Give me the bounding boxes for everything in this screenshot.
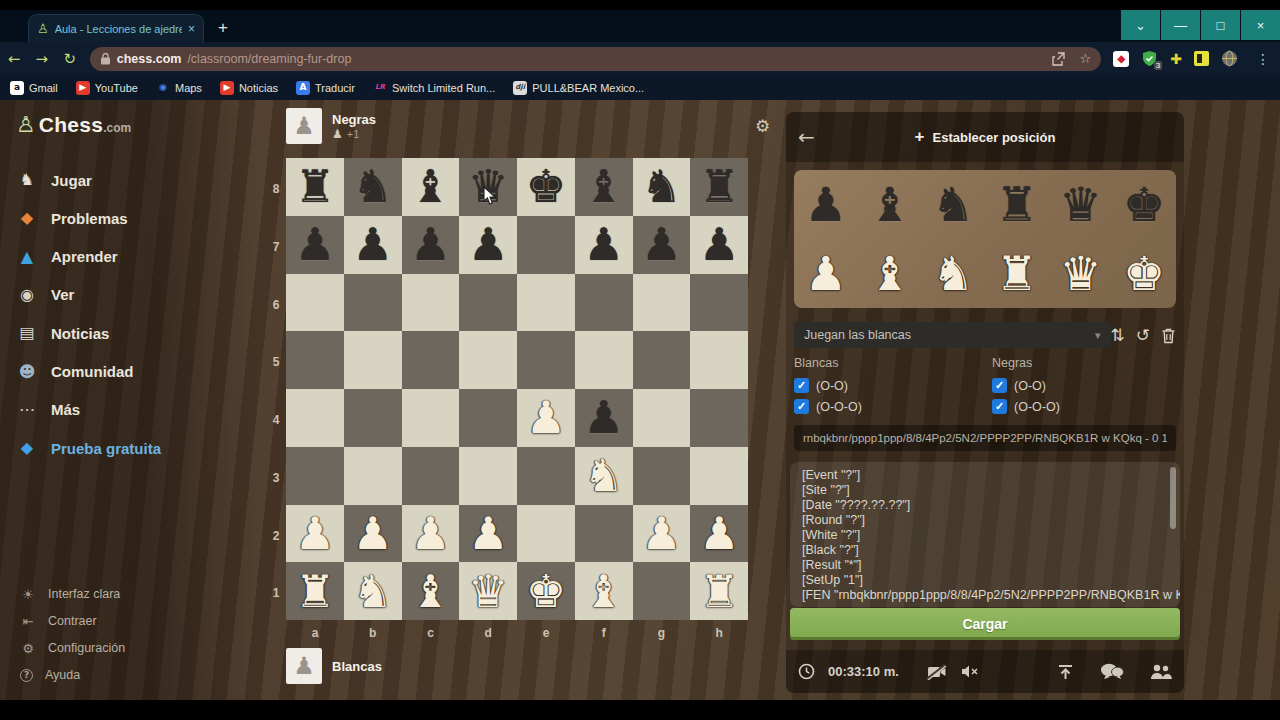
- yellow-extension-icon[interactable]: [1194, 51, 1209, 66]
- clock-icon: [798, 663, 815, 680]
- castling-label: (O-O): [1014, 379, 1046, 393]
- white-pawn-piece: ♟: [352, 511, 392, 556]
- address-bar[interactable]: chess.com /classroom/dreaming-fur-drop ☆: [90, 47, 1101, 71]
- file-label-c: c: [402, 626, 460, 640]
- square-a3[interactable]: [286, 447, 344, 505]
- rank-label-4: 4: [269, 413, 283, 427]
- square-e1[interactable]: ♚: [517, 562, 575, 620]
- white-pawn-piece: ♟: [468, 511, 508, 556]
- white-bishop-piece: ♝: [583, 569, 623, 614]
- window-maximize-button[interactable]: □: [1201, 10, 1240, 40]
- bookmark-traducir[interactable]: ATraducir: [296, 81, 355, 95]
- castling-black: Negras ✓(O-O)✓(O-O-O): [992, 356, 1172, 420]
- castling-white-header: Blancas: [794, 356, 974, 370]
- bookmark-maps[interactable]: ◉Maps: [156, 81, 202, 95]
- sidebar-item-m-s[interactable]: ⋯Más: [16, 397, 80, 423]
- square-e5[interactable]: [517, 331, 575, 389]
- palette-black-bishop[interactable]: ♝: [858, 170, 922, 239]
- extension-badge: 3: [1154, 61, 1162, 70]
- square-f4[interactable]: ♟: [575, 389, 633, 447]
- square-b6[interactable]: [344, 274, 402, 332]
- sidebar-item-label: Más: [51, 401, 80, 418]
- black-pawn-piece: ♟: [295, 222, 335, 267]
- square-h5[interactable]: [690, 331, 748, 389]
- black-rook-piece: ♜: [699, 164, 739, 209]
- palette-black-queen[interactable]: ♛: [1049, 170, 1113, 239]
- lock-icon: [100, 52, 111, 65]
- checkbox-icon[interactable]: ✓: [794, 378, 809, 393]
- knight-icon: ♞: [16, 172, 38, 188]
- panel-status-bar: 00:33:10 m.: [786, 650, 1184, 693]
- square-c4[interactable]: [402, 389, 460, 447]
- more-dots-icon: ⋯: [16, 402, 38, 418]
- camera-off-icon[interactable]: [926, 664, 948, 680]
- castling-white-short[interactable]: ✓(O-O): [794, 378, 974, 393]
- bottom-player-bar: ♟ Blancas: [286, 648, 382, 684]
- square-h3[interactable]: [690, 447, 748, 505]
- share-icon[interactable]: [1051, 52, 1066, 66]
- help-icon: ?: [20, 669, 33, 682]
- chesscom-logo[interactable]: ♙ Chess .com: [16, 112, 131, 137]
- square-d3[interactable]: [459, 447, 517, 505]
- castling-label: (O-O): [816, 379, 848, 393]
- bookmark-label: YouTube: [95, 82, 138, 94]
- bookmark-label: Noticias: [239, 82, 278, 94]
- sidebar-item-label: Prueba gratuita: [51, 440, 161, 457]
- square-c6[interactable]: [402, 274, 460, 332]
- tab-close-icon[interactable]: ×: [188, 22, 195, 36]
- white-queen-piece: ♛: [468, 569, 508, 614]
- limited-run-icon: LR: [373, 81, 387, 95]
- square-f8[interactable]: ♝: [575, 158, 633, 216]
- sidebar-item-label: Noticias: [51, 325, 109, 342]
- white-king-piece: ♚: [526, 569, 566, 614]
- flip-board-icon[interactable]: ⇅: [1111, 327, 1125, 344]
- square-f1[interactable]: ♝: [575, 562, 633, 620]
- letterbox-bottom: [0, 700, 1280, 720]
- chevron-down-icon: ▾: [1095, 329, 1101, 342]
- square-d7[interactable]: ♟: [459, 216, 517, 274]
- letterbox-top: [0, 0, 1280, 10]
- sidebar-footer-configuraci-n[interactable]: ⚙Configuración: [20, 638, 125, 658]
- black-pawn-piece: ♟: [805, 181, 847, 228]
- extensions-row: ◆ 3 ✚ ⋮: [1113, 50, 1280, 67]
- white-rook-piece: ♜: [996, 250, 1038, 297]
- square-a1[interactable]: ♜: [286, 562, 344, 620]
- white-bishop-piece: ♝: [410, 569, 450, 614]
- square-c7[interactable]: ♟: [402, 216, 460, 274]
- palette-black-pawn[interactable]: ♟: [794, 170, 858, 239]
- sidebar-item-label: Comunidad: [51, 363, 134, 380]
- black-bishop-piece: ♝: [583, 164, 623, 209]
- square-g4[interactable]: [633, 389, 691, 447]
- black-knight-piece: ♞: [641, 164, 681, 209]
- mcafee-extension-icon[interactable]: ◆: [1113, 51, 1129, 67]
- white-pawn-piece: ♟: [699, 511, 739, 556]
- palette-black-king[interactable]: ♚: [1112, 170, 1176, 239]
- trash-icon[interactable]: [1161, 327, 1176, 344]
- square-b2[interactable]: ♟: [344, 505, 402, 563]
- dji-icon: dji: [513, 81, 527, 95]
- file-label-e: e: [517, 626, 575, 640]
- black-bishop-piece: ♝: [410, 164, 450, 209]
- white-king-piece: ♚: [1123, 250, 1165, 297]
- palette-white-knight[interactable]: ♞: [921, 239, 985, 308]
- square-h7[interactable]: ♟: [690, 216, 748, 274]
- logo-pawn-icon: ♙: [16, 112, 36, 137]
- window-close-button[interactable]: ×: [1241, 10, 1280, 40]
- palette-white-bishop[interactable]: ♝: [858, 239, 922, 308]
- window-menu-button[interactable]: ⌄: [1121, 10, 1160, 40]
- white-knight-piece: ♞: [932, 250, 974, 297]
- translate-icon: A: [296, 81, 310, 95]
- square-g7[interactable]: ♟: [633, 216, 691, 274]
- puzzle-icon: ◆: [16, 210, 38, 226]
- back-arrow-icon[interactable]: ←: [798, 125, 815, 149]
- sidebar-item-label: Problemas: [51, 210, 128, 227]
- sidebar-item-comunidad[interactable]: ☻Comunidad: [16, 359, 134, 385]
- square-a8[interactable]: ♜: [286, 158, 344, 216]
- rank-label-2: 2: [269, 529, 283, 543]
- castling-white-long[interactable]: ✓(O-O-O): [794, 399, 974, 414]
- reset-icon[interactable]: ↺: [1136, 327, 1150, 344]
- square-c2[interactable]: ♟: [402, 505, 460, 563]
- window-minimize-button[interactable]: —: [1161, 10, 1200, 40]
- setup-panel-header: ← + Establecer posición: [786, 112, 1184, 162]
- brightness-icon: ☀: [20, 587, 36, 602]
- square-f2[interactable]: [575, 505, 633, 563]
- amazon-icon: a: [10, 81, 24, 95]
- square-b4[interactable]: [344, 389, 402, 447]
- participants-icon[interactable]: [1150, 664, 1172, 679]
- load-button[interactable]: Cargar: [790, 608, 1180, 640]
- sidebar-footer-ayuda[interactable]: ?Ayuda: [20, 665, 80, 685]
- pgn-content: [Event "?"] [Site "?"] [Date "????.??.??…: [802, 468, 1168, 603]
- sidebar-footer-contraer[interactable]: ⇤Contraer: [20, 611, 97, 631]
- square-d1[interactable]: ♛: [459, 562, 517, 620]
- square-c1[interactable]: ♝: [402, 562, 460, 620]
- square-g5[interactable]: [633, 331, 691, 389]
- checkbox-icon[interactable]: ✓: [992, 399, 1007, 414]
- fen-input[interactable]: rnbqkbnr/pppp1ppp/8/8/4Pp2/5N2/PPPP2PP/R…: [794, 425, 1176, 451]
- black-king-piece: ♚: [526, 164, 566, 209]
- youtube-icon: ▶: [76, 81, 90, 95]
- black-knight-piece: ♞: [932, 181, 974, 228]
- square-g3[interactable]: [633, 447, 691, 505]
- sidebar-item-label: Jugar: [51, 172, 92, 189]
- bookmark-youtube[interactable]: ▶YouTube: [76, 81, 138, 95]
- people-icon: ☻: [16, 364, 38, 380]
- square-b1[interactable]: ♞: [344, 562, 402, 620]
- bookmark-pull-bear-mexico-[interactable]: djiPULL&BEAR Mexico...: [513, 81, 644, 95]
- sidebar-item-jugar[interactable]: ♞Jugar: [16, 167, 92, 193]
- window-controls: ⌄ — □ ×: [1120, 10, 1280, 40]
- checkbox-icon[interactable]: ✓: [992, 378, 1007, 393]
- white-rook-piece: ♜: [699, 569, 739, 614]
- sidebar-footer-label: Configuración: [48, 641, 125, 655]
- white-knight-piece: ♞: [583, 453, 623, 498]
- square-e2[interactable]: [517, 505, 575, 563]
- sidebar-footer-label: Interfaz clara: [48, 587, 120, 601]
- screenshot-root: ♙ Aula - Lecciones de ajedrez para × + ⌄…: [0, 0, 1280, 720]
- black-queen-piece: ♛: [1059, 181, 1101, 228]
- collapse-icon: ⇤: [20, 614, 36, 629]
- url-domain: chess.com: [117, 52, 182, 66]
- sidebar-footer-interfaz-clara[interactable]: ☀Interfaz clara: [20, 584, 120, 604]
- palette-white-rook[interactable]: ♜: [985, 239, 1049, 308]
- square-h8[interactable]: ♜: [690, 158, 748, 216]
- bookmarks-bar: aGmail▶YouTube◉Maps▶NoticiasATraducirLRS…: [0, 75, 1280, 100]
- black-pawn-piece: ♟: [583, 395, 623, 440]
- square-f3[interactable]: ♞: [575, 447, 633, 505]
- upload-icon[interactable]: [1057, 664, 1074, 680]
- black-material-advantage: ♟ +1: [332, 127, 376, 141]
- black-king-piece: ♚: [1123, 181, 1165, 228]
- file-label-d: d: [459, 626, 517, 640]
- square-h6[interactable]: [690, 274, 748, 332]
- white-pawn-piece: ♟: [295, 511, 335, 556]
- sidebar-footer-label: Ayuda: [45, 668, 80, 682]
- piece-palette: ♟♝♞♜♛♚♟♝♞♜♛♚: [794, 170, 1176, 308]
- page-content: ♙ Chess .com ♞Jugar◆Problemas▲Aprender◉V…: [0, 100, 1280, 700]
- castling-black-header: Negras: [992, 356, 1172, 370]
- logo-text: Chess: [39, 113, 104, 137]
- browser-url-bar: ← → ↻ chess.com /classroom/dreaming-fur-…: [0, 42, 1280, 75]
- black-rook-piece: ♜: [295, 164, 335, 209]
- newspaper-icon: ▤: [16, 325, 38, 341]
- graduation-cap-icon: ▲: [16, 249, 38, 265]
- square-b7[interactable]: ♟: [344, 216, 402, 274]
- chat-icon[interactable]: [1100, 663, 1124, 680]
- sidebar-item-problemas[interactable]: ◆Problemas: [16, 205, 128, 231]
- square-d6[interactable]: [459, 274, 517, 332]
- checkbox-icon[interactable]: ✓: [794, 399, 809, 414]
- black-pawn-piece: ♟: [583, 222, 623, 267]
- square-h1[interactable]: ♜: [690, 562, 748, 620]
- turn-row: Juegan las blancas ▾ ⇅ ↺: [794, 322, 1176, 348]
- sidebar-item-prueba-gratuita[interactable]: ◆Prueba gratuita: [16, 435, 161, 461]
- square-b5[interactable]: [344, 331, 402, 389]
- white-bishop-piece: ♝: [868, 250, 910, 297]
- file-label-g: g: [633, 626, 691, 640]
- rank-label-1: 1: [269, 586, 283, 600]
- chess-pawn-favicon: ♙: [37, 22, 49, 35]
- square-h4[interactable]: [690, 389, 748, 447]
- black-player-avatar[interactable]: ♟: [286, 108, 322, 144]
- mute-icon[interactable]: [961, 664, 979, 679]
- diamond-icon: ◆: [16, 440, 38, 456]
- square-d4[interactable]: [459, 389, 517, 447]
- white-pawn-piece: ♟: [641, 511, 681, 556]
- gear-icon: ⚙: [20, 641, 36, 656]
- palette-white-queen[interactable]: ♛: [1049, 239, 1113, 308]
- palette-white-king[interactable]: ♚: [1112, 239, 1176, 308]
- castling-label: (O-O-O): [1014, 400, 1060, 414]
- sidebar-item-ver[interactable]: ◉Ver: [16, 282, 74, 308]
- globe-icon[interactable]: [1221, 50, 1238, 67]
- square-g8[interactable]: ♞: [633, 158, 691, 216]
- bookmark-noticias[interactable]: ▶Noticias: [220, 81, 278, 95]
- white-player-avatar[interactable]: ♟: [286, 648, 322, 684]
- bookmark-label: Maps: [175, 82, 202, 94]
- bookmark-label: Switch Limited Run...: [392, 82, 495, 94]
- reload-button[interactable]: ↻: [56, 50, 84, 68]
- logo-com-text: .com: [103, 121, 131, 135]
- castling-black-long[interactable]: ✓(O-O-O): [992, 399, 1172, 414]
- turn-select-value: Juegan las blancas: [804, 328, 911, 342]
- square-e8[interactable]: ♚: [517, 158, 575, 216]
- square-h2[interactable]: ♟: [690, 505, 748, 563]
- square-f5[interactable]: [575, 331, 633, 389]
- square-g6[interactable]: [633, 274, 691, 332]
- setup-position-panel: ← + Establecer posición ♟♝♞♜♛♚♟♝♞♜♛♚ Jue…: [786, 112, 1184, 693]
- back-button[interactable]: ←: [0, 50, 28, 68]
- setup-panel-title: Establecer posición: [933, 130, 1056, 145]
- file-label-a: a: [286, 626, 344, 640]
- castling-white: Blancas ✓(O-O)✓(O-O-O): [794, 356, 974, 420]
- castling-black-short[interactable]: ✓(O-O): [992, 378, 1172, 393]
- white-queen-piece: ♛: [1059, 250, 1101, 297]
- square-e3[interactable]: [517, 447, 575, 505]
- bookmark-gmail[interactable]: aGmail: [10, 81, 58, 95]
- session-time: 00:33:10 m.: [828, 664, 899, 679]
- file-label-f: f: [575, 626, 633, 640]
- binoculars-icon: ◉: [16, 287, 38, 303]
- pgn-scrollbar[interactable]: [1170, 467, 1176, 529]
- tab-title: Aula - Lecciones de ajedrez para: [55, 23, 182, 35]
- sidebar: ♙ Chess .com ♞Jugar◆Problemas▲Aprender◉V…: [0, 100, 265, 700]
- bookmark-label: Traducir: [315, 82, 355, 94]
- square-b3[interactable]: [344, 447, 402, 505]
- fen-value: rnbqkbnr/pppp1ppp/8/8/4Pp2/5N2/PPPP2PP/R…: [803, 432, 1167, 444]
- rank-label-3: 3: [269, 471, 283, 485]
- rank-label-7: 7: [269, 240, 283, 254]
- sidebar-item-noticias[interactable]: ▤Noticias: [16, 320, 109, 346]
- black-player-name: Negras: [332, 112, 376, 127]
- news-play-icon: ▶: [220, 81, 234, 95]
- rank-label-5: 5: [269, 355, 283, 369]
- new-tab-button[interactable]: +: [218, 18, 228, 38]
- rank-label-8: 8: [269, 182, 283, 196]
- extensions-puzzle-icon[interactable]: ✚: [1170, 51, 1182, 67]
- chess-board: ♜♞♝♛♚♝♞♜♟♟♟♟♟♟♟♟♟♞♟♟♟♟♟♟♜♞♝♛♚♝♜: [286, 158, 748, 620]
- bookmark-star-icon[interactable]: ☆: [1080, 51, 1092, 66]
- black-pawn-piece: ♟: [410, 222, 450, 267]
- black-bishop-piece: ♝: [868, 181, 910, 228]
- sidebar-item-label: Ver: [51, 286, 74, 303]
- black-rook-piece: ♜: [996, 181, 1038, 228]
- square-e7[interactable]: [517, 216, 575, 274]
- square-a7[interactable]: ♟: [286, 216, 344, 274]
- url-path: /classroom/dreaming-fur-drop: [187, 52, 351, 66]
- white-player-name: Blancas: [332, 659, 382, 674]
- square-c3[interactable]: [402, 447, 460, 505]
- square-f6[interactable]: [575, 274, 633, 332]
- forward-button[interactable]: →: [28, 50, 56, 68]
- square-g2[interactable]: ♟: [633, 505, 691, 563]
- file-label-h: h: [690, 626, 748, 640]
- palette-white-pawn[interactable]: ♟: [794, 239, 858, 308]
- black-pawn-piece: ♟: [699, 222, 739, 267]
- castling-label: (O-O-O): [816, 400, 862, 414]
- square-a4[interactable]: [286, 389, 344, 447]
- square-c5[interactable]: [402, 331, 460, 389]
- top-player-bar: ♟ Negras ♟ +1: [286, 108, 376, 144]
- shield-extension-icon[interactable]: 3: [1141, 50, 1158, 67]
- browser-tab[interactable]: ♙ Aula - Lecciones de ajedrez para ×: [28, 14, 204, 42]
- square-f7[interactable]: ♟: [575, 216, 633, 274]
- rank-label-6: 6: [269, 298, 283, 312]
- sidebar-item-label: Aprender: [51, 248, 118, 265]
- file-label-b: b: [344, 626, 402, 640]
- square-e6[interactable]: [517, 274, 575, 332]
- board-settings-gear-icon[interactable]: ⚙: [755, 116, 770, 136]
- black-pawn-piece: ♟: [468, 222, 508, 267]
- bookmark-label: Gmail: [29, 82, 58, 94]
- square-b8[interactable]: ♞: [344, 158, 402, 216]
- browser-tab-bar: ♙ Aula - Lecciones de ajedrez para × + ⌄…: [0, 10, 1280, 42]
- white-pawn-piece: ♟: [410, 511, 450, 556]
- sidebar-item-aprender[interactable]: ▲Aprender: [16, 244, 118, 270]
- white-pawn-piece: ♟: [526, 395, 566, 440]
- white-rook-piece: ♜: [295, 569, 335, 614]
- square-a2[interactable]: ♟: [286, 505, 344, 563]
- plus-icon: +: [915, 127, 925, 147]
- mouse-cursor: [482, 186, 498, 206]
- sidebar-footer-label: Contraer: [48, 614, 97, 628]
- square-a5[interactable]: [286, 331, 344, 389]
- black-knight-piece: ♞: [352, 164, 392, 209]
- square-d5[interactable]: [459, 331, 517, 389]
- palette-black-rook[interactable]: ♜: [985, 170, 1049, 239]
- maps-pin-icon: ◉: [156, 81, 170, 95]
- white-knight-piece: ♞: [352, 569, 392, 614]
- pgn-textarea[interactable]: [Event "?"] [Site "?"] [Date "????.??.??…: [790, 462, 1180, 607]
- square-c8[interactable]: ♝: [402, 158, 460, 216]
- browser-menu-icon[interactable]: ⋮: [1256, 51, 1270, 67]
- bookmark-switch-limited-run-[interactable]: LRSwitch Limited Run...: [373, 81, 495, 95]
- black-pawn-piece: ♟: [352, 222, 392, 267]
- captured-pawn-icon: ♟: [332, 127, 343, 141]
- turn-select[interactable]: Juegan las blancas ▾: [794, 322, 1111, 348]
- square-a6[interactable]: [286, 274, 344, 332]
- square-d2[interactable]: ♟: [459, 505, 517, 563]
- bookmark-label: PULL&BEAR Mexico...: [532, 82, 644, 94]
- square-e4[interactable]: ♟: [517, 389, 575, 447]
- white-pawn-piece: ♟: [805, 250, 847, 297]
- black-pawn-piece: ♟: [641, 222, 681, 267]
- square-g1[interactable]: [633, 562, 691, 620]
- palette-black-knight[interactable]: ♞: [921, 170, 985, 239]
